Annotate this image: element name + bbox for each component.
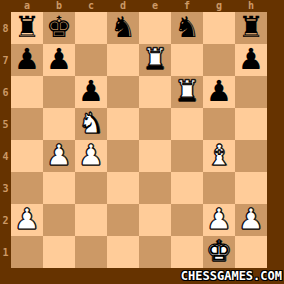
- rank-label-5: 5: [0, 108, 11, 140]
- square-a4[interactable]: [11, 140, 43, 172]
- file-label-g: g: [203, 0, 235, 12]
- square-f4[interactable]: [171, 140, 203, 172]
- white-rook-e7: ♜: [139, 44, 171, 76]
- square-d2[interactable]: [107, 204, 139, 236]
- black-pawn-a7: ♟: [11, 44, 43, 76]
- white-pawn-a2: ♟: [11, 204, 43, 236]
- rank-label-4: 4: [0, 140, 11, 172]
- square-e7[interactable]: ♜: [139, 44, 171, 76]
- square-d7[interactable]: [107, 44, 139, 76]
- file-label-e: e: [139, 0, 171, 12]
- square-c2[interactable]: [75, 204, 107, 236]
- square-b3[interactable]: [43, 172, 75, 204]
- black-rook-a8: ♜: [11, 12, 43, 44]
- square-c4[interactable]: ♟: [75, 140, 107, 172]
- square-e5[interactable]: [139, 108, 171, 140]
- square-c1[interactable]: [75, 236, 107, 268]
- square-h7[interactable]: ♟: [235, 44, 267, 76]
- square-f2[interactable]: [171, 204, 203, 236]
- square-b4[interactable]: ♟: [43, 140, 75, 172]
- black-pawn-g6: ♟: [203, 76, 235, 108]
- square-d4[interactable]: [107, 140, 139, 172]
- square-a1[interactable]: [11, 236, 43, 268]
- square-h8[interactable]: ♜: [235, 12, 267, 44]
- square-h1[interactable]: [235, 236, 267, 268]
- rank-labels: 87654321: [0, 12, 11, 268]
- white-pawn-h2: ♟: [235, 204, 267, 236]
- square-f1[interactable]: [171, 236, 203, 268]
- square-d8[interactable]: ♞: [107, 12, 139, 44]
- square-h4[interactable]: [235, 140, 267, 172]
- rank-label-7: 7: [0, 44, 11, 76]
- white-bishop-g4: ♝: [203, 140, 235, 172]
- square-h3[interactable]: [235, 172, 267, 204]
- square-e3[interactable]: [139, 172, 171, 204]
- black-knight-d8: ♞: [107, 12, 139, 44]
- chess-board[interactable]: ♜♚♞♞♜♟♟♜♟♟♜♟♞♟♟♝♟♟♟♚: [11, 12, 267, 268]
- black-pawn-b7: ♟: [43, 44, 75, 76]
- white-pawn-c4: ♟: [75, 140, 107, 172]
- square-g2[interactable]: ♟: [203, 204, 235, 236]
- white-rook-f6: ♜: [171, 76, 203, 108]
- square-f7[interactable]: [171, 44, 203, 76]
- square-b1[interactable]: [43, 236, 75, 268]
- square-g5[interactable]: [203, 108, 235, 140]
- white-pawn-b4: ♟: [43, 140, 75, 172]
- square-d5[interactable]: [107, 108, 139, 140]
- square-c8[interactable]: [75, 12, 107, 44]
- square-c3[interactable]: [75, 172, 107, 204]
- square-e4[interactable]: [139, 140, 171, 172]
- square-a8[interactable]: ♜: [11, 12, 43, 44]
- square-b7[interactable]: ♟: [43, 44, 75, 76]
- rank-label-1: 1: [0, 236, 11, 268]
- site-watermark: CHESSGAMES.COM: [181, 269, 282, 283]
- square-h6[interactable]: [235, 76, 267, 108]
- square-b5[interactable]: [43, 108, 75, 140]
- square-f3[interactable]: [171, 172, 203, 204]
- black-pawn-h7: ♟: [235, 44, 267, 76]
- rank-label-8: 8: [0, 12, 11, 44]
- black-pawn-c6: ♟: [75, 76, 107, 108]
- square-c6[interactable]: ♟: [75, 76, 107, 108]
- white-king-g1: ♚: [203, 236, 235, 268]
- square-f6[interactable]: ♜: [171, 76, 203, 108]
- square-e1[interactable]: [139, 236, 171, 268]
- square-c7[interactable]: [75, 44, 107, 76]
- square-b2[interactable]: [43, 204, 75, 236]
- square-d3[interactable]: [107, 172, 139, 204]
- square-c5[interactable]: ♞: [75, 108, 107, 140]
- square-d1[interactable]: [107, 236, 139, 268]
- white-pawn-g2: ♟: [203, 204, 235, 236]
- chess-diagram: abcdefgh 87654321 ♜♚♞♞♜♟♟♜♟♟♜♟♞♟♟♝♟♟♟♚ C…: [0, 0, 284, 284]
- square-d6[interactable]: [107, 76, 139, 108]
- square-a2[interactable]: ♟: [11, 204, 43, 236]
- file-label-c: c: [75, 0, 107, 12]
- square-b6[interactable]: [43, 76, 75, 108]
- square-a3[interactable]: [11, 172, 43, 204]
- square-g7[interactable]: [203, 44, 235, 76]
- rank-label-6: 6: [0, 76, 11, 108]
- square-e2[interactable]: [139, 204, 171, 236]
- square-g6[interactable]: ♟: [203, 76, 235, 108]
- square-g8[interactable]: [203, 12, 235, 44]
- white-knight-c5: ♞: [75, 108, 107, 140]
- square-b8[interactable]: ♚: [43, 12, 75, 44]
- square-h2[interactable]: ♟: [235, 204, 267, 236]
- square-g3[interactable]: [203, 172, 235, 204]
- square-a6[interactable]: [11, 76, 43, 108]
- black-knight-f8: ♞: [171, 12, 203, 44]
- black-rook-h8: ♜: [235, 12, 267, 44]
- square-f8[interactable]: ♞: [171, 12, 203, 44]
- square-g4[interactable]: ♝: [203, 140, 235, 172]
- square-a5[interactable]: [11, 108, 43, 140]
- square-a7[interactable]: ♟: [11, 44, 43, 76]
- square-e8[interactable]: [139, 12, 171, 44]
- square-h5[interactable]: [235, 108, 267, 140]
- black-king-b8: ♚: [43, 12, 75, 44]
- rank-label-3: 3: [0, 172, 11, 204]
- square-e6[interactable]: [139, 76, 171, 108]
- square-f5[interactable]: [171, 108, 203, 140]
- square-g1[interactable]: ♚: [203, 236, 235, 268]
- rank-label-2: 2: [0, 204, 11, 236]
